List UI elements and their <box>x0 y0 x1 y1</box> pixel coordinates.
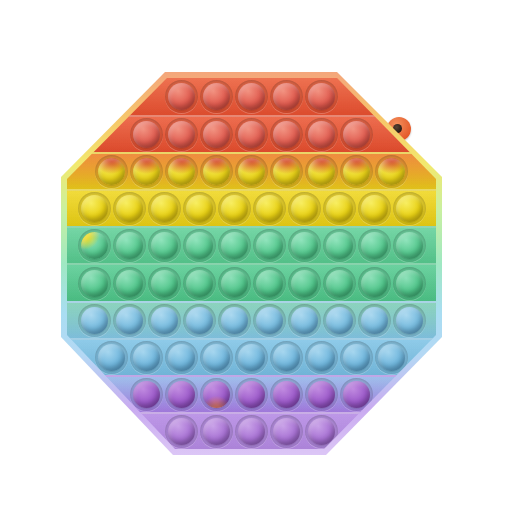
bubble-r5-c1[interactable] <box>77 228 112 263</box>
bubble-dome <box>238 418 265 445</box>
bubble-dome <box>238 158 265 185</box>
bubble-ring <box>235 118 268 151</box>
bubble-ring <box>253 192 286 225</box>
bubble-ring <box>218 304 251 337</box>
bubble-r8-c4[interactable] <box>199 340 234 375</box>
bubble-r4-c9[interactable] <box>357 191 392 226</box>
bubble-dome <box>238 344 265 371</box>
bubble-dome <box>308 418 335 445</box>
bubble-ring <box>393 229 426 262</box>
bubble-dome <box>361 232 388 259</box>
bubble-dome <box>361 270 388 297</box>
bubble-ring <box>148 267 181 300</box>
bubble-ring <box>235 378 268 411</box>
bubble-dome <box>291 195 318 222</box>
bubble-r3-c3[interactable] <box>164 154 199 189</box>
band-row-8-blue <box>67 338 436 375</box>
bubble-dome <box>186 270 213 297</box>
bubble-ring <box>270 80 303 113</box>
bubble-dome <box>81 232 108 259</box>
bubble-dome <box>273 381 300 408</box>
bubble-ring <box>148 229 181 262</box>
bubble-dome <box>116 195 143 222</box>
bubble-ring <box>288 304 321 337</box>
bubble-r4-c7[interactable] <box>287 191 322 226</box>
bubble-dome <box>238 83 265 110</box>
bubble-r5-c5[interactable] <box>217 228 252 263</box>
bubble-ring <box>183 192 216 225</box>
bubble-r2-c1[interactable] <box>129 117 164 152</box>
bubble-dome <box>81 195 108 222</box>
bubble-ring <box>270 378 303 411</box>
bubble-dome <box>291 232 318 259</box>
bubble-ring <box>235 341 268 374</box>
bubble-ring <box>165 118 198 151</box>
bubble-r7-c6[interactable] <box>252 303 287 338</box>
bubble-ring <box>235 415 268 448</box>
bubble-dome <box>98 344 125 371</box>
bubble-ring <box>200 118 233 151</box>
bubble-r1-c5[interactable] <box>304 78 339 115</box>
pop-it-photo <box>0 0 512 512</box>
bubble-ring <box>393 304 426 337</box>
bubble-r6-c4[interactable] <box>182 265 217 300</box>
bubble-r10-c3[interactable] <box>234 414 269 449</box>
bubble-r7-c5[interactable] <box>217 303 252 338</box>
bubble-r6-c1[interactable] <box>77 265 112 300</box>
bubble-r10-c4[interactable] <box>269 414 304 449</box>
bubble-ring <box>165 80 198 113</box>
bubble-ring <box>340 118 373 151</box>
bubble-dome <box>396 232 423 259</box>
bubble-r1-c4[interactable] <box>269 78 304 115</box>
bubble-ring <box>218 229 251 262</box>
bubble-r9-c2[interactable] <box>164 377 199 412</box>
bubble-ring <box>165 341 198 374</box>
bubble-ring <box>340 341 373 374</box>
bubble-ring <box>200 415 233 448</box>
bubble-ring <box>288 229 321 262</box>
bubble-dome <box>186 232 213 259</box>
bubble-r2-c4[interactable] <box>234 117 269 152</box>
bubble-r2-c3[interactable] <box>199 117 234 152</box>
bubble-r7-c4[interactable] <box>182 303 217 338</box>
bubble-ring <box>270 118 303 151</box>
bubble-r6-c6[interactable] <box>252 265 287 300</box>
bubble-r8-c3[interactable] <box>164 340 199 375</box>
bubble-r5-c4[interactable] <box>182 228 217 263</box>
bubble-ring <box>148 304 181 337</box>
bubble-dome <box>326 232 353 259</box>
bubble-dome <box>133 381 160 408</box>
band-row-10-lavender <box>67 412 436 449</box>
bubble-dome <box>273 83 300 110</box>
bubble-ring <box>183 229 216 262</box>
bubble-ring <box>95 341 128 374</box>
bubble-r10-c1[interactable] <box>164 414 199 449</box>
bubble-ring <box>305 118 338 151</box>
bubble-dome <box>203 121 230 148</box>
bubble-ring <box>200 155 233 188</box>
bubble-dome <box>151 307 178 334</box>
bubble-dome <box>186 195 213 222</box>
bubble-ring <box>218 267 251 300</box>
bubble-r8-c8[interactable] <box>339 340 374 375</box>
bubble-r7-c8[interactable] <box>322 303 357 338</box>
bubble-r6-c9[interactable] <box>357 265 392 300</box>
bubble-ring <box>130 118 163 151</box>
bubble-r7-c7[interactable] <box>287 303 322 338</box>
bubble-dome <box>151 270 178 297</box>
bubble-r2-c2[interactable] <box>164 117 199 152</box>
bubble-dome <box>343 158 370 185</box>
bubble-dome <box>361 307 388 334</box>
bubble-r9-c3[interactable] <box>199 377 234 412</box>
bubble-ring <box>130 155 163 188</box>
bubble-dome <box>396 307 423 334</box>
bubble-r7-c1[interactable] <box>77 303 112 338</box>
band-row-3-orange-yellow <box>67 152 436 189</box>
bubble-r1-c3[interactable] <box>234 78 269 115</box>
bubble-ring <box>183 267 216 300</box>
bubble-r3-c5[interactable] <box>234 154 269 189</box>
bubble-dome <box>238 381 265 408</box>
bubble-ring <box>340 155 373 188</box>
bubble-dome <box>308 83 335 110</box>
bubble-dome <box>81 307 108 334</box>
bubble-dome <box>168 418 195 445</box>
bubble-r4-c6[interactable] <box>252 191 287 226</box>
bubble-r3-c9[interactable] <box>374 154 409 189</box>
bubble-ring <box>393 192 426 225</box>
bubble-ring <box>305 80 338 113</box>
bubble-dome <box>168 83 195 110</box>
bubble-dome <box>168 121 195 148</box>
bubble-r2-c5[interactable] <box>269 117 304 152</box>
bubble-r4-c3[interactable] <box>147 191 182 226</box>
bubble-ring <box>113 192 146 225</box>
bubble-r8-c2[interactable] <box>129 340 164 375</box>
bubble-ring <box>375 155 408 188</box>
bubble-dome <box>168 381 195 408</box>
bubble-r5-c9[interactable] <box>357 228 392 263</box>
bubble-ring <box>113 267 146 300</box>
bubble-r6-c8[interactable] <box>322 265 357 300</box>
bubble-r4-c1[interactable] <box>77 191 112 226</box>
bubble-ring <box>305 415 338 448</box>
bubble-ring <box>78 267 111 300</box>
bubble-ring <box>235 155 268 188</box>
bubble-r5-c2[interactable] <box>112 228 147 263</box>
bubble-r5-c10[interactable] <box>392 228 427 263</box>
bubble-ring <box>78 192 111 225</box>
bubble-ring <box>270 155 303 188</box>
octagon-rim <box>61 72 442 455</box>
bubble-ring <box>270 415 303 448</box>
bubble-ring <box>78 229 111 262</box>
bubble-r10-c2[interactable] <box>199 414 234 449</box>
bubble-dome <box>133 121 160 148</box>
bubble-r2-c6[interactable] <box>304 117 339 152</box>
bubble-dome <box>203 381 230 408</box>
bubble-dome <box>343 121 370 148</box>
bubble-ring <box>288 267 321 300</box>
bubble-ring <box>305 341 338 374</box>
bubble-ring <box>130 378 163 411</box>
bubble-r8-c5[interactable] <box>234 340 269 375</box>
bubble-r3-c1[interactable] <box>94 154 129 189</box>
bubble-r8-c1[interactable] <box>94 340 129 375</box>
pop-it-board <box>67 78 436 449</box>
bubble-ring <box>323 267 356 300</box>
bubble-dome <box>116 232 143 259</box>
bubble-ring <box>95 155 128 188</box>
bubble-dome <box>343 344 370 371</box>
bubble-dome <box>308 158 335 185</box>
bubble-r5-c3[interactable] <box>147 228 182 263</box>
bubble-ring <box>200 378 233 411</box>
bubble-dome <box>273 121 300 148</box>
bubble-dome <box>116 270 143 297</box>
band-row-7-light-blue <box>67 301 436 338</box>
bubble-r5-c8[interactable] <box>322 228 357 263</box>
bubble-r3-c7[interactable] <box>304 154 339 189</box>
bubble-ring <box>358 304 391 337</box>
bubble-r4-c10[interactable] <box>392 191 427 226</box>
bubble-r9-c4[interactable] <box>234 377 269 412</box>
bubble-ring <box>323 192 356 225</box>
bubble-dome <box>116 307 143 334</box>
bubble-ring <box>305 155 338 188</box>
bubble-ring <box>165 378 198 411</box>
bubble-r1-c2[interactable] <box>199 78 234 115</box>
bubble-r5-c7[interactable] <box>287 228 322 263</box>
bubble-r2-c7[interactable] <box>339 117 374 152</box>
bubble-ring <box>358 192 391 225</box>
bubble-dome <box>326 307 353 334</box>
band-row-1-red <box>67 78 436 115</box>
bubble-r6-c3[interactable] <box>147 265 182 300</box>
bubble-dome <box>396 195 423 222</box>
bubble-ring <box>130 341 163 374</box>
bubble-r9-c6[interactable] <box>304 377 339 412</box>
bubble-r8-c7[interactable] <box>304 340 339 375</box>
bubble-dome <box>343 381 370 408</box>
bubble-dome <box>98 158 125 185</box>
bubble-dome <box>308 344 335 371</box>
bubble-ring <box>253 267 286 300</box>
bubble-dome <box>186 307 213 334</box>
bubble-dome <box>221 232 248 259</box>
bubble-dome <box>291 270 318 297</box>
bubble-r3-c8[interactable] <box>339 154 374 189</box>
bubble-dome <box>203 418 230 445</box>
bubble-dome <box>308 381 335 408</box>
bubble-dome <box>238 121 265 148</box>
band-row-5-green <box>67 226 436 263</box>
bubble-dome <box>151 232 178 259</box>
bubble-ring <box>375 341 408 374</box>
bubble-ring <box>200 80 233 113</box>
bubble-r8-c6[interactable] <box>269 340 304 375</box>
bubble-dome <box>168 344 195 371</box>
bubble-ring <box>113 229 146 262</box>
bubble-r3-c4[interactable] <box>199 154 234 189</box>
bubble-r6-c7[interactable] <box>287 265 322 300</box>
bubble-dome <box>396 270 423 297</box>
bubble-r5-c6[interactable] <box>252 228 287 263</box>
bubble-r9-c1[interactable] <box>129 377 164 412</box>
bubble-ring <box>288 192 321 225</box>
bubble-dome <box>133 158 160 185</box>
bubble-ring <box>323 304 356 337</box>
bubble-ring <box>148 192 181 225</box>
bubble-dome <box>361 195 388 222</box>
bubble-r6-c2[interactable] <box>112 265 147 300</box>
bubble-r7-c2[interactable] <box>112 303 147 338</box>
bubble-ring <box>78 304 111 337</box>
bubble-ring <box>253 229 286 262</box>
bubble-dome <box>273 158 300 185</box>
bubble-dome <box>273 344 300 371</box>
bubble-dome <box>133 344 160 371</box>
bubble-ring <box>323 229 356 262</box>
bubble-dome <box>151 195 178 222</box>
bubble-dome <box>256 195 283 222</box>
bubble-r9-c7[interactable] <box>339 377 374 412</box>
bubble-dome <box>203 344 230 371</box>
bubble-dome <box>256 270 283 297</box>
band-row-6-green <box>67 263 436 300</box>
bubble-r7-c10[interactable] <box>392 303 427 338</box>
bubble-dome <box>256 307 283 334</box>
bubble-r1-c1[interactable] <box>164 78 199 115</box>
bubble-r4-c4[interactable] <box>182 191 217 226</box>
bubble-dome <box>256 232 283 259</box>
bubble-ring <box>165 155 198 188</box>
bubble-dome <box>203 83 230 110</box>
bubble-r8-c9[interactable] <box>374 340 409 375</box>
band-row-4-yellow <box>67 189 436 226</box>
bubble-dome <box>168 158 195 185</box>
bubble-ring <box>183 304 216 337</box>
bubble-r4-c2[interactable] <box>112 191 147 226</box>
bubble-dome <box>308 121 335 148</box>
bubble-ring <box>393 267 426 300</box>
bubble-r4-c8[interactable] <box>322 191 357 226</box>
bubble-r3-c6[interactable] <box>269 154 304 189</box>
bubble-r9-c5[interactable] <box>269 377 304 412</box>
bubble-dome <box>378 158 405 185</box>
bubble-r6-c5[interactable] <box>217 265 252 300</box>
band-row-9-purple <box>67 375 436 412</box>
bubble-ring <box>235 80 268 113</box>
bubble-dome <box>221 195 248 222</box>
bubble-ring <box>358 229 391 262</box>
bubble-r7-c9[interactable] <box>357 303 392 338</box>
bubble-ring <box>113 304 146 337</box>
bubble-ring <box>358 267 391 300</box>
bubble-dome <box>326 270 353 297</box>
bubble-r6-c10[interactable] <box>392 265 427 300</box>
bubble-ring <box>165 415 198 448</box>
bubble-ring <box>200 341 233 374</box>
band-row-2-red <box>67 115 436 152</box>
bubble-dome <box>273 418 300 445</box>
bubble-ring <box>218 192 251 225</box>
bubble-dome <box>203 158 230 185</box>
bubble-dome <box>291 307 318 334</box>
bubble-ring <box>340 378 373 411</box>
bubble-dome <box>221 270 248 297</box>
bubble-r7-c3[interactable] <box>147 303 182 338</box>
bubble-dome <box>221 307 248 334</box>
bubble-dome <box>326 195 353 222</box>
bubble-r3-c2[interactable] <box>129 154 164 189</box>
bubble-r4-c5[interactable] <box>217 191 252 226</box>
bubble-dome <box>81 270 108 297</box>
bubble-dome <box>378 344 405 371</box>
bubble-ring <box>305 378 338 411</box>
bubble-ring <box>270 341 303 374</box>
bubble-ring <box>253 304 286 337</box>
bubble-r10-c5[interactable] <box>304 414 339 449</box>
